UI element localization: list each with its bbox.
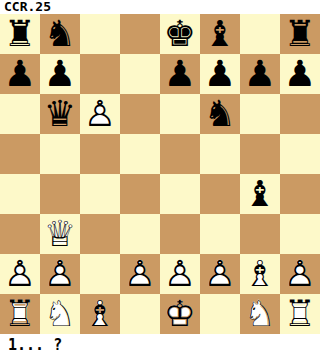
square-a5[interactable]	[0, 134, 40, 174]
square-d7[interactable]	[120, 54, 160, 94]
square-f5[interactable]	[200, 134, 240, 174]
black-knight-piece: ♞	[204, 94, 236, 134]
square-d6[interactable]	[120, 94, 160, 134]
black-knight-piece: ♞	[44, 14, 76, 54]
square-b7[interactable]: ♟	[40, 54, 80, 94]
white-piece-outline: ♗	[84, 293, 116, 334]
square-a7[interactable]: ♟	[0, 54, 40, 94]
square-e5[interactable]	[160, 134, 200, 174]
black-queen-piece: ♛	[44, 94, 76, 134]
white-piece-outline: ♖	[4, 293, 36, 334]
square-f7[interactable]: ♟	[200, 54, 240, 94]
square-c4[interactable]	[80, 174, 120, 214]
white-pawn-piece: ♟♙	[284, 254, 316, 294]
white-piece-outline: ♙	[124, 253, 156, 294]
square-a1[interactable]: ♜♖	[0, 294, 40, 334]
white-knight-piece: ♞♘	[44, 294, 76, 334]
black-rook-piece: ♜	[284, 14, 316, 54]
white-bishop-piece: ♝♗	[84, 294, 116, 334]
square-g7[interactable]: ♟	[240, 54, 280, 94]
white-rook-piece: ♜♖	[4, 294, 36, 334]
square-f6[interactable]: ♞	[200, 94, 240, 134]
square-h6[interactable]	[280, 94, 320, 134]
white-piece-outline: ♖	[284, 293, 316, 334]
square-e8[interactable]: ♚	[160, 14, 200, 54]
square-d1[interactable]	[120, 294, 160, 334]
square-d8[interactable]	[120, 14, 160, 54]
white-pawn-piece: ♟♙	[4, 254, 36, 294]
black-pawn-piece: ♟	[244, 54, 276, 94]
white-pawn-piece: ♟♙	[164, 254, 196, 294]
square-h2[interactable]: ♟♙	[280, 254, 320, 294]
square-g4[interactable]: ♝	[240, 174, 280, 214]
black-pawn-piece: ♟	[44, 54, 76, 94]
white-king-piece: ♚♔	[164, 294, 196, 334]
white-piece-outline: ♙	[284, 253, 316, 294]
square-e2[interactable]: ♟♙	[160, 254, 200, 294]
white-piece-outline: ♙	[44, 253, 76, 294]
square-h1[interactable]: ♜♖	[280, 294, 320, 334]
square-h7[interactable]: ♟	[280, 54, 320, 94]
square-b4[interactable]	[40, 174, 80, 214]
square-h8[interactable]: ♜	[280, 14, 320, 54]
square-g2[interactable]: ♝♗	[240, 254, 280, 294]
chess-app-window: CCR.25 ♜♞♚♝♜♟♟♟♟♟♟♛♟♙♞♝♛♕♟♙♟♙♟♙♟♙♟♙♝♗♟♙♜…	[0, 0, 320, 360]
white-pawn-piece: ♟♙	[124, 254, 156, 294]
square-d4[interactable]	[120, 174, 160, 214]
white-piece-outline: ♙	[204, 253, 236, 294]
square-h5[interactable]	[280, 134, 320, 174]
square-f2[interactable]: ♟♙	[200, 254, 240, 294]
black-bishop-piece: ♝	[244, 174, 276, 214]
square-g1[interactable]: ♞♘	[240, 294, 280, 334]
square-b2[interactable]: ♟♙	[40, 254, 80, 294]
white-pawn-piece: ♟♙	[44, 254, 76, 294]
square-h3[interactable]	[280, 214, 320, 254]
square-e3[interactable]	[160, 214, 200, 254]
white-piece-outline: ♔	[164, 293, 196, 334]
white-piece-outline: ♗	[244, 253, 276, 294]
white-pawn-piece: ♟♙	[84, 94, 116, 134]
square-b3[interactable]: ♛♕	[40, 214, 80, 254]
square-c8[interactable]	[80, 14, 120, 54]
square-b1[interactable]: ♞♘	[40, 294, 80, 334]
white-piece-outline: ♘	[44, 293, 76, 334]
square-c2[interactable]	[80, 254, 120, 294]
square-f4[interactable]	[200, 174, 240, 214]
square-c3[interactable]	[80, 214, 120, 254]
square-d5[interactable]	[120, 134, 160, 174]
square-h4[interactable]	[280, 174, 320, 214]
move-prompt: 1... ?	[0, 334, 320, 360]
square-e7[interactable]: ♟	[160, 54, 200, 94]
square-f3[interactable]	[200, 214, 240, 254]
white-piece-outline: ♙	[84, 93, 116, 134]
black-rook-piece: ♜	[4, 14, 36, 54]
square-c7[interactable]	[80, 54, 120, 94]
square-e6[interactable]	[160, 94, 200, 134]
white-piece-outline: ♘	[244, 293, 276, 334]
square-g5[interactable]	[240, 134, 280, 174]
square-c1[interactable]: ♝♗	[80, 294, 120, 334]
white-knight-piece: ♞♘	[244, 294, 276, 334]
black-pawn-piece: ♟	[4, 54, 36, 94]
square-a8[interactable]: ♜	[0, 14, 40, 54]
black-pawn-piece: ♟	[204, 54, 236, 94]
square-d3[interactable]	[120, 214, 160, 254]
square-g6[interactable]	[240, 94, 280, 134]
square-b6[interactable]: ♛	[40, 94, 80, 134]
white-bishop-piece: ♝♗	[244, 254, 276, 294]
white-pawn-piece: ♟♙	[204, 254, 236, 294]
black-bishop-piece: ♝	[204, 14, 236, 54]
chess-board: ♜♞♚♝♜♟♟♟♟♟♟♛♟♙♞♝♛♕♟♙♟♙♟♙♟♙♟♙♝♗♟♙♜♖♞♘♝♗♚♔…	[0, 14, 320, 334]
square-c6[interactable]: ♟♙	[80, 94, 120, 134]
square-b8[interactable]: ♞	[40, 14, 80, 54]
square-b5[interactable]	[40, 134, 80, 174]
square-e1[interactable]: ♚♔	[160, 294, 200, 334]
white-piece-outline: ♕	[44, 213, 76, 254]
square-g8[interactable]	[240, 14, 280, 54]
square-a6[interactable]	[0, 94, 40, 134]
white-queen-piece: ♛♕	[44, 214, 76, 254]
square-a4[interactable]	[0, 174, 40, 214]
square-f8[interactable]: ♝	[200, 14, 240, 54]
white-piece-outline: ♙	[164, 253, 196, 294]
window-title: CCR.25	[0, 0, 320, 14]
black-pawn-piece: ♟	[164, 54, 196, 94]
black-king-piece: ♚	[164, 14, 196, 54]
white-piece-outline: ♙	[4, 253, 36, 294]
white-rook-piece: ♜♖	[284, 294, 316, 334]
square-a3[interactable]	[0, 214, 40, 254]
square-e4[interactable]	[160, 174, 200, 214]
square-g3[interactable]	[240, 214, 280, 254]
square-f1[interactable]	[200, 294, 240, 334]
square-d2[interactable]: ♟♙	[120, 254, 160, 294]
square-c5[interactable]	[80, 134, 120, 174]
black-pawn-piece: ♟	[284, 54, 316, 94]
square-a2[interactable]: ♟♙	[0, 254, 40, 294]
